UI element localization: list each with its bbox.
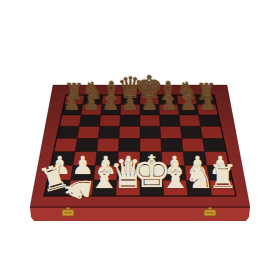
chess-board-svg (0, 0, 280, 280)
depth-shading (30, 85, 250, 207)
chess-set-product-photo: ♜♞♝♛♚♝♞♜♟♟♟♟♟♟♟♟♟♟♟♟♟♟♟♟♜♞♝♛♚♝♞♜ (0, 0, 280, 280)
